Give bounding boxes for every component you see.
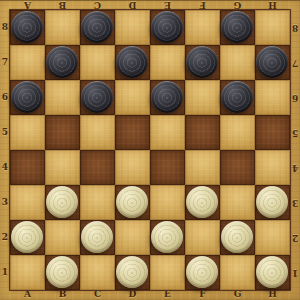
square-b3[interactable] <box>45 185 80 220</box>
square-h2[interactable] <box>255 220 290 255</box>
square-g4[interactable] <box>220 150 255 185</box>
white-piece-h3[interactable] <box>256 186 288 218</box>
square-g7[interactable] <box>220 45 255 80</box>
square-f6[interactable] <box>185 80 220 115</box>
checkers-board: ABCDEFGH ABCDEFGH 87654321 87654321 <box>0 0 300 300</box>
square-d6[interactable] <box>115 80 150 115</box>
rank-labels-left: 87654321 <box>0 10 10 290</box>
black-piece-d7[interactable] <box>116 46 148 78</box>
square-c6[interactable] <box>80 80 115 115</box>
file-label-top-c: C <box>80 0 115 10</box>
square-b7[interactable] <box>45 45 80 80</box>
square-a6[interactable] <box>10 80 45 115</box>
file-label-bottom-e: E <box>150 289 185 300</box>
square-a3[interactable] <box>10 185 45 220</box>
rank-label-right-7: 7 <box>290 45 300 80</box>
file-label-top-f: F <box>185 0 220 10</box>
square-f5[interactable] <box>185 115 220 150</box>
square-h6[interactable] <box>255 80 290 115</box>
black-piece-e8[interactable] <box>151 11 183 43</box>
square-b2[interactable] <box>45 220 80 255</box>
square-d5[interactable] <box>115 115 150 150</box>
file-label-bottom-c: C <box>80 289 115 300</box>
white-piece-f1[interactable] <box>186 256 218 288</box>
white-piece-d3[interactable] <box>116 186 148 218</box>
white-piece-c2[interactable] <box>81 221 113 253</box>
square-a5[interactable] <box>10 115 45 150</box>
square-g5[interactable] <box>220 115 255 150</box>
rank-label-left-4: 4 <box>0 150 10 185</box>
square-f8[interactable] <box>185 10 220 45</box>
file-label-top-d: D <box>115 0 150 10</box>
square-g8[interactable] <box>220 10 255 45</box>
square-b1[interactable] <box>45 255 80 290</box>
black-piece-a8[interactable] <box>11 11 43 43</box>
white-piece-g2[interactable] <box>221 221 253 253</box>
black-piece-b7[interactable] <box>46 46 78 78</box>
square-e6[interactable] <box>150 80 185 115</box>
file-label-top-h: H <box>255 0 290 10</box>
square-a2[interactable] <box>10 220 45 255</box>
rank-label-left-5: 5 <box>0 115 10 150</box>
file-label-top-g: G <box>220 0 255 10</box>
white-piece-b1[interactable] <box>46 256 78 288</box>
black-piece-c8[interactable] <box>81 11 113 43</box>
square-g1[interactable] <box>220 255 255 290</box>
square-d1[interactable] <box>115 255 150 290</box>
square-h8[interactable] <box>255 10 290 45</box>
square-d8[interactable] <box>115 10 150 45</box>
white-piece-d1[interactable] <box>116 256 148 288</box>
file-label-top-b: B <box>45 0 80 10</box>
rank-label-right-8: 8 <box>290 10 300 45</box>
square-e3[interactable] <box>150 185 185 220</box>
white-piece-f3[interactable] <box>186 186 218 218</box>
white-piece-b3[interactable] <box>46 186 78 218</box>
square-h5[interactable] <box>255 115 290 150</box>
square-b4[interactable] <box>45 150 80 185</box>
rank-label-left-7: 7 <box>0 45 10 80</box>
file-label-bottom-a: A <box>10 289 45 300</box>
rank-label-right-1: 1 <box>290 255 300 290</box>
rank-label-right-5: 5 <box>290 115 300 150</box>
rank-label-left-1: 1 <box>0 255 10 290</box>
square-g6[interactable] <box>220 80 255 115</box>
file-label-bottom-h: H <box>255 289 290 300</box>
board-grid <box>10 10 290 290</box>
square-g2[interactable] <box>220 220 255 255</box>
square-e4[interactable] <box>150 150 185 185</box>
square-b5[interactable] <box>45 115 80 150</box>
rank-label-right-2: 2 <box>290 220 300 255</box>
square-g3[interactable] <box>220 185 255 220</box>
square-f7[interactable] <box>185 45 220 80</box>
rank-label-left-6: 6 <box>0 80 10 115</box>
square-d7[interactable] <box>115 45 150 80</box>
rank-label-left-3: 3 <box>0 185 10 220</box>
square-c1[interactable] <box>80 255 115 290</box>
square-f3[interactable] <box>185 185 220 220</box>
square-b8[interactable] <box>45 10 80 45</box>
square-h7[interactable] <box>255 45 290 80</box>
file-label-bottom-d: D <box>115 289 150 300</box>
file-labels-bottom: ABCDEFGH <box>10 289 290 300</box>
black-piece-h7[interactable] <box>256 46 288 78</box>
square-c2[interactable] <box>80 220 115 255</box>
square-d2[interactable] <box>115 220 150 255</box>
file-label-top-a: A <box>10 0 45 10</box>
square-e1[interactable] <box>150 255 185 290</box>
rank-label-left-2: 2 <box>0 220 10 255</box>
square-a7[interactable] <box>10 45 45 80</box>
rank-label-right-3: 3 <box>290 185 300 220</box>
square-c3[interactable] <box>80 185 115 220</box>
black-piece-g6[interactable] <box>221 81 253 113</box>
white-piece-a2[interactable] <box>11 221 43 253</box>
rank-label-right-4: 4 <box>290 150 300 185</box>
rank-label-right-6: 6 <box>290 80 300 115</box>
file-label-bottom-f: F <box>185 289 220 300</box>
black-piece-f7[interactable] <box>186 46 218 78</box>
square-f1[interactable] <box>185 255 220 290</box>
square-c8[interactable] <box>80 10 115 45</box>
black-piece-e6[interactable] <box>151 81 183 113</box>
black-piece-g8[interactable] <box>221 11 253 43</box>
white-piece-e2[interactable] <box>151 221 183 253</box>
square-a8[interactable] <box>10 10 45 45</box>
square-h1[interactable] <box>255 255 290 290</box>
file-label-bottom-b: B <box>45 289 80 300</box>
square-h4[interactable] <box>255 150 290 185</box>
square-a4[interactable] <box>10 150 45 185</box>
square-e7[interactable] <box>150 45 185 80</box>
square-c7[interactable] <box>80 45 115 80</box>
white-piece-h1[interactable] <box>256 256 288 288</box>
square-a1[interactable] <box>10 255 45 290</box>
rank-labels-right: 87654321 <box>290 10 300 290</box>
square-c5[interactable] <box>80 115 115 150</box>
square-d3[interactable] <box>115 185 150 220</box>
square-c4[interactable] <box>80 150 115 185</box>
file-labels-top: ABCDEFGH <box>10 0 290 10</box>
file-label-bottom-g: G <box>220 289 255 300</box>
square-e2[interactable] <box>150 220 185 255</box>
rank-label-left-8: 8 <box>0 10 10 45</box>
square-e5[interactable] <box>150 115 185 150</box>
square-e8[interactable] <box>150 10 185 45</box>
square-f4[interactable] <box>185 150 220 185</box>
square-b6[interactable] <box>45 80 80 115</box>
file-label-top-e: E <box>150 0 185 10</box>
black-piece-a6[interactable] <box>11 81 43 113</box>
square-h3[interactable] <box>255 185 290 220</box>
black-piece-c6[interactable] <box>81 81 113 113</box>
square-d4[interactable] <box>115 150 150 185</box>
square-f2[interactable] <box>185 220 220 255</box>
